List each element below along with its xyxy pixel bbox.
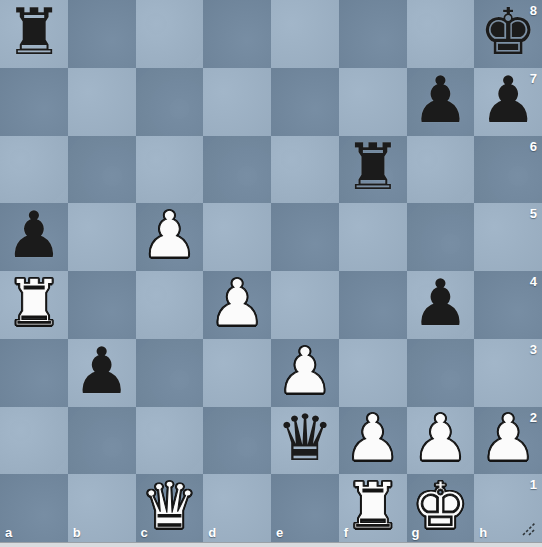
square-h7[interactable]: ♟7 (474, 68, 542, 136)
black-pawn-a5[interactable]: ♟ (5, 203, 62, 267)
square-c2[interactable] (136, 407, 204, 475)
square-d2[interactable] (203, 407, 271, 475)
square-a4[interactable]: ♜ (0, 271, 68, 339)
square-h3[interactable]: 3 (474, 339, 542, 407)
square-b8[interactable] (68, 0, 136, 68)
chess-board: ♜♚8♟♟7♜6♟♟5♜♟♟4♟♟3♛♟♟♟2ab♛cde♜f♚g1h (0, 0, 542, 542)
square-e2[interactable]: ♛ (271, 407, 339, 475)
file-label-d: d (208, 526, 216, 539)
square-a3[interactable] (0, 339, 68, 407)
white-rook-a4[interactable]: ♜ (5, 271, 62, 335)
square-f5[interactable] (339, 203, 407, 271)
square-f6[interactable]: ♜ (339, 136, 407, 204)
square-b2[interactable] (68, 407, 136, 475)
chess-app: ♜♚8♟♟7♜6♟♟5♜♟♟4♟♟3♛♟♟♟2ab♛cde♜f♚g1h (0, 0, 542, 547)
square-c4[interactable] (136, 271, 204, 339)
file-label-a: a (5, 526, 12, 539)
rank-label-1: 1 (530, 478, 537, 491)
square-c6[interactable] (136, 136, 204, 204)
square-d3[interactable] (203, 339, 271, 407)
white-pawn-g2[interactable]: ♟ (412, 407, 469, 471)
square-g4[interactable]: ♟ (407, 271, 475, 339)
square-b6[interactable] (68, 136, 136, 204)
square-c7[interactable] (136, 68, 204, 136)
square-a5[interactable]: ♟ (0, 203, 68, 271)
white-king-g1[interactable]: ♚ (412, 474, 469, 538)
black-pawn-g4[interactable]: ♟ (412, 271, 469, 335)
black-rook-f6[interactable]: ♜ (344, 136, 401, 200)
file-label-f: f (344, 526, 348, 539)
file-label-e: e (276, 526, 283, 539)
square-d1[interactable]: d (203, 474, 271, 542)
square-g5[interactable] (407, 203, 475, 271)
black-rook-a8[interactable]: ♜ (5, 0, 62, 64)
square-e8[interactable] (271, 0, 339, 68)
square-b1[interactable]: b (68, 474, 136, 542)
square-a6[interactable] (0, 136, 68, 204)
square-g8[interactable] (407, 0, 475, 68)
square-a1[interactable]: a (0, 474, 68, 542)
black-queen-e2[interactable]: ♛ (276, 407, 333, 471)
square-c1[interactable]: ♛c (136, 474, 204, 542)
square-b7[interactable] (68, 68, 136, 136)
square-h5[interactable]: 5 (474, 203, 542, 271)
square-e7[interactable] (271, 68, 339, 136)
square-f8[interactable] (339, 0, 407, 68)
square-f1[interactable]: ♜f (339, 474, 407, 542)
square-e3[interactable]: ♟ (271, 339, 339, 407)
white-queen-c1[interactable]: ♛ (141, 474, 198, 538)
square-h8[interactable]: ♚8 (474, 0, 542, 68)
file-label-h: h (479, 526, 487, 539)
board-resize-handle[interactable] (520, 520, 538, 538)
square-a8[interactable]: ♜ (0, 0, 68, 68)
square-g7[interactable]: ♟ (407, 68, 475, 136)
square-f3[interactable] (339, 339, 407, 407)
square-h2[interactable]: ♟2 (474, 407, 542, 475)
rank-label-2: 2 (530, 411, 537, 424)
file-label-g: g (412, 526, 420, 539)
square-b4[interactable] (68, 271, 136, 339)
white-pawn-f2[interactable]: ♟ (344, 407, 401, 471)
square-g1[interactable]: ♚g (407, 474, 475, 542)
square-g2[interactable]: ♟ (407, 407, 475, 475)
rank-label-6: 6 (530, 140, 537, 153)
square-e5[interactable] (271, 203, 339, 271)
square-d5[interactable] (203, 203, 271, 271)
square-e1[interactable]: e (271, 474, 339, 542)
rank-label-5: 5 (530, 207, 537, 220)
square-a2[interactable] (0, 407, 68, 475)
square-d7[interactable] (203, 68, 271, 136)
square-g6[interactable] (407, 136, 475, 204)
square-g3[interactable] (407, 339, 475, 407)
rank-label-7: 7 (530, 72, 537, 85)
square-f7[interactable] (339, 68, 407, 136)
file-label-c: c (141, 526, 148, 539)
file-label-b: b (73, 526, 81, 539)
square-a7[interactable] (0, 68, 68, 136)
rank-label-4: 4 (530, 275, 537, 288)
black-pawn-g7[interactable]: ♟ (412, 68, 469, 132)
white-pawn-c5[interactable]: ♟ (141, 203, 198, 267)
square-d8[interactable] (203, 0, 271, 68)
square-b3[interactable]: ♟ (68, 339, 136, 407)
black-pawn-h7[interactable]: ♟ (479, 68, 536, 132)
square-f2[interactable]: ♟ (339, 407, 407, 475)
rank-label-8: 8 (530, 4, 537, 17)
square-b5[interactable] (68, 203, 136, 271)
white-pawn-h2[interactable]: ♟ (479, 407, 536, 471)
white-pawn-e3[interactable]: ♟ (276, 339, 333, 403)
square-d6[interactable] (203, 136, 271, 204)
resize-handle-icon (520, 520, 538, 538)
square-e6[interactable] (271, 136, 339, 204)
square-c5[interactable]: ♟ (136, 203, 204, 271)
rank-label-3: 3 (530, 343, 537, 356)
square-e4[interactable] (271, 271, 339, 339)
square-f4[interactable] (339, 271, 407, 339)
page-background-strip (0, 542, 542, 547)
black-king-h8[interactable]: ♚ (479, 0, 536, 64)
square-c3[interactable] (136, 339, 204, 407)
square-c8[interactable] (136, 0, 204, 68)
square-d4[interactable]: ♟ (203, 271, 271, 339)
black-pawn-b3[interactable]: ♟ (73, 339, 130, 403)
white-rook-f1[interactable]: ♜ (344, 474, 401, 538)
square-h6[interactable]: 6 (474, 136, 542, 204)
white-pawn-d4[interactable]: ♟ (208, 271, 265, 335)
square-h4[interactable]: 4 (474, 271, 542, 339)
